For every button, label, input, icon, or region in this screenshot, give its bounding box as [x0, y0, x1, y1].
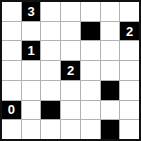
- white-cell[interactable]: [2, 2, 21, 21]
- white-cell[interactable]: [101, 2, 120, 21]
- white-cell[interactable]: [120, 81, 139, 100]
- black-cell: [101, 120, 120, 139]
- white-cell[interactable]: [41, 2, 60, 21]
- clue-cell-1: 1: [22, 41, 41, 60]
- clue-number: 2: [67, 64, 74, 77]
- white-cell[interactable]: [2, 41, 21, 60]
- white-cell[interactable]: [120, 2, 139, 21]
- white-cell[interactable]: [120, 120, 139, 139]
- white-cell[interactable]: [81, 120, 100, 139]
- white-cell[interactable]: [101, 101, 120, 120]
- white-cell[interactable]: [101, 22, 120, 41]
- white-cell[interactable]: [41, 61, 60, 80]
- puzzle-board: 32120: [0, 0, 141, 141]
- white-cell[interactable]: [81, 41, 100, 60]
- white-cell[interactable]: [81, 101, 100, 120]
- white-cell[interactable]: [61, 41, 80, 60]
- white-cell[interactable]: [22, 101, 41, 120]
- white-cell[interactable]: [120, 101, 139, 120]
- white-cell[interactable]: [22, 22, 41, 41]
- white-cell[interactable]: [101, 61, 120, 80]
- white-cell[interactable]: [101, 41, 120, 60]
- white-cell[interactable]: [2, 61, 21, 80]
- white-cell[interactable]: [120, 41, 139, 60]
- white-cell[interactable]: [61, 2, 80, 21]
- white-cell[interactable]: [2, 81, 21, 100]
- clue-cell-2: 2: [120, 22, 139, 41]
- white-cell[interactable]: [61, 101, 80, 120]
- clue-number: 2: [126, 25, 133, 38]
- white-cell[interactable]: [2, 22, 21, 41]
- clue-number: 3: [27, 5, 34, 18]
- white-cell[interactable]: [81, 81, 100, 100]
- white-cell[interactable]: [41, 41, 60, 60]
- clue-cell-3: 3: [22, 2, 41, 21]
- white-cell[interactable]: [120, 61, 139, 80]
- clue-number: 0: [8, 103, 15, 116]
- white-cell[interactable]: [41, 81, 60, 100]
- white-cell[interactable]: [2, 120, 21, 139]
- black-cell: [41, 101, 60, 120]
- white-cell[interactable]: [22, 81, 41, 100]
- white-cell[interactable]: [22, 120, 41, 139]
- white-cell[interactable]: [81, 61, 100, 80]
- white-cell[interactable]: [41, 22, 60, 41]
- clue-cell-2: 2: [61, 61, 80, 80]
- white-cell[interactable]: [61, 22, 80, 41]
- clue-number: 1: [27, 44, 34, 57]
- clue-cell-0: 0: [2, 101, 21, 120]
- white-cell[interactable]: [61, 81, 80, 100]
- black-cell: [81, 22, 100, 41]
- white-cell[interactable]: [81, 2, 100, 21]
- white-cell[interactable]: [61, 120, 80, 139]
- white-cell[interactable]: [41, 120, 60, 139]
- white-cell[interactable]: [22, 61, 41, 80]
- black-cell: [101, 81, 120, 100]
